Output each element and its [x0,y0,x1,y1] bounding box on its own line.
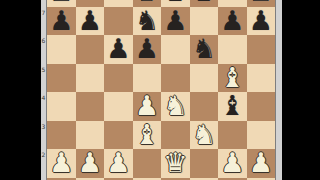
square-c1[interactable] [104,178,133,180]
board-right-margin [275,0,282,180]
square-a2[interactable]: ♟ [47,149,76,178]
square-h7[interactable]: ♟ [247,7,276,36]
piece-black-pawn-b7[interactable]: ♟ [76,7,105,36]
square-a5[interactable] [47,64,76,93]
square-a3[interactable] [47,121,76,150]
piece-black-pawn-e7[interactable]: ♟ [161,7,190,36]
square-b1[interactable] [76,178,105,180]
square-h1[interactable]: ♜ [247,178,276,180]
rank-label-strip: 87654321 [41,0,47,180]
piece-white-king-e1[interactable]: ♚ [161,178,190,180]
piece-black-pawn-c6[interactable]: ♟ [104,35,133,64]
square-h4[interactable] [247,92,276,121]
square-a6[interactable] [47,35,76,64]
rank-label-2: 2 [41,152,46,158]
square-c8[interactable] [104,0,133,7]
square-g1[interactable] [218,178,247,180]
square-a1[interactable]: ♜ [47,178,76,180]
square-f3[interactable]: ♞ [190,121,219,150]
piece-white-rook-h1[interactable]: ♜ [247,178,276,180]
piece-white-pawn-b2[interactable]: ♟ [76,149,105,178]
piece-black-pawn-g7[interactable]: ♟ [218,7,247,36]
square-g4[interactable]: ♝ [218,92,247,121]
square-c6[interactable]: ♟ [104,35,133,64]
square-b7[interactable]: ♟ [76,7,105,36]
square-g5[interactable]: ♝ [218,64,247,93]
square-d4[interactable]: ♟ [133,92,162,121]
square-e4[interactable]: ♞ [161,92,190,121]
square-f2[interactable] [190,149,219,178]
square-h2[interactable]: ♟ [247,149,276,178]
square-b4[interactable] [76,92,105,121]
rank-label-7: 7 [41,10,46,16]
rank-label-6: 6 [41,38,46,44]
piece-white-queen-e2[interactable]: ♛ [161,149,190,178]
rank-label-3: 3 [41,124,46,130]
square-f7[interactable] [190,7,219,36]
square-e7[interactable]: ♟ [161,7,190,36]
square-e5[interactable] [161,64,190,93]
piece-black-pawn-h7[interactable]: ♟ [247,7,276,36]
square-d1[interactable] [133,178,162,180]
square-g7[interactable]: ♟ [218,7,247,36]
piece-black-bishop-f8[interactable]: ♝ [190,0,219,7]
video-frame: 87654321 ♜♛♚♝♜♟♟♞♟♟♟♟♟♞♝♟♞♝♝♞♟♟♟♛♟♟♜♚♜ [0,0,320,180]
square-h5[interactable] [247,64,276,93]
piece-white-pawn-c2[interactable]: ♟ [104,149,133,178]
piece-white-knight-e4[interactable]: ♞ [161,92,190,121]
square-d2[interactable] [133,149,162,178]
square-h6[interactable] [247,35,276,64]
square-h3[interactable] [247,121,276,150]
square-f6[interactable]: ♞ [190,35,219,64]
piece-white-bishop-g5[interactable]: ♝ [218,64,247,93]
square-e2[interactable]: ♛ [161,149,190,178]
rank-label-4: 4 [41,95,46,101]
piece-white-pawn-g2[interactable]: ♟ [218,149,247,178]
square-b3[interactable] [76,121,105,150]
square-c4[interactable] [104,92,133,121]
square-f1[interactable] [190,178,219,180]
square-e3[interactable] [161,121,190,150]
square-d5[interactable] [133,64,162,93]
square-g3[interactable] [218,121,247,150]
square-g2[interactable]: ♟ [218,149,247,178]
square-d7[interactable]: ♞ [133,7,162,36]
piece-white-rook-a1[interactable]: ♜ [47,178,76,180]
square-e1[interactable]: ♚ [161,178,190,180]
square-b2[interactable]: ♟ [76,149,105,178]
square-a7[interactable]: ♟ [47,7,76,36]
square-c2[interactable]: ♟ [104,149,133,178]
square-c3[interactable] [104,121,133,150]
square-b6[interactable] [76,35,105,64]
square-f4[interactable] [190,92,219,121]
piece-white-pawn-a2[interactable]: ♟ [47,149,76,178]
piece-black-knight-f6[interactable]: ♞ [190,35,219,64]
piece-white-pawn-d4[interactable]: ♟ [133,92,162,121]
rank-label-5: 5 [41,67,46,73]
square-e6[interactable] [161,35,190,64]
chess-board[interactable]: ♜♛♚♝♜♟♟♞♟♟♟♟♟♞♝♟♞♝♝♞♟♟♟♛♟♟♜♚♜ [47,0,275,180]
piece-white-pawn-h2[interactable]: ♟ [247,149,276,178]
square-d6[interactable]: ♟ [133,35,162,64]
piece-black-pawn-a7[interactable]: ♟ [47,7,76,36]
piece-black-bishop-g4[interactable]: ♝ [218,92,247,121]
square-c7[interactable] [104,7,133,36]
square-c5[interactable] [104,64,133,93]
piece-black-knight-d7[interactable]: ♞ [133,7,162,36]
piece-white-knight-f3[interactable]: ♞ [190,121,219,150]
piece-white-bishop-d3[interactable]: ♝ [133,121,162,150]
square-f8[interactable]: ♝ [190,0,219,7]
square-g6[interactable] [218,35,247,64]
square-f5[interactable] [190,64,219,93]
square-b5[interactable] [76,64,105,93]
piece-black-pawn-d6[interactable]: ♟ [133,35,162,64]
square-a4[interactable] [47,92,76,121]
square-d3[interactable]: ♝ [133,121,162,150]
